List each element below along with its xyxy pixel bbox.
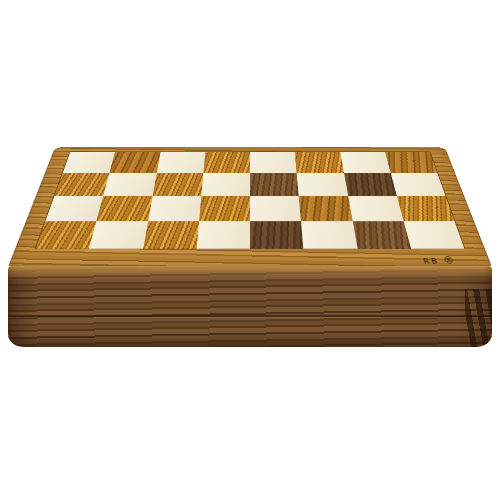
board-frame: ʀʙ ®	[8, 147, 492, 267]
board-square	[103, 173, 156, 196]
board-square	[385, 152, 438, 173]
board-square	[196, 221, 250, 249]
finger-joint-stripes-icon	[465, 289, 492, 347]
board-square	[89, 221, 148, 249]
board-square	[148, 196, 201, 221]
board-square	[143, 221, 199, 249]
board-square	[340, 152, 391, 173]
chess-box-product-photo: ʀʙ ®	[0, 0, 500, 500]
board-square	[97, 196, 153, 221]
board-top-face: ʀʙ ®	[8, 147, 492, 267]
board-square	[397, 196, 455, 221]
board-square	[295, 152, 344, 173]
board-square	[203, 152, 250, 173]
board-square	[390, 173, 445, 196]
board-square	[299, 196, 352, 221]
board-square	[54, 173, 109, 196]
board-square	[152, 173, 203, 196]
board-square	[250, 196, 301, 221]
board-square	[63, 152, 116, 173]
box-lid-seam	[8, 315, 492, 317]
board-square	[45, 196, 103, 221]
board-square	[301, 221, 357, 249]
board-square	[344, 173, 397, 196]
board-square	[156, 152, 205, 173]
board-square	[403, 221, 464, 249]
board-square	[352, 221, 411, 249]
board-square	[250, 173, 299, 196]
box-side-face	[8, 266, 492, 347]
board-square	[250, 152, 297, 173]
chess-board-grid	[34, 151, 465, 249]
board-square	[199, 196, 250, 221]
board-square	[348, 196, 404, 221]
board-square	[36, 221, 97, 249]
board-square	[250, 221, 304, 249]
board-square	[201, 173, 250, 196]
board-square	[297, 173, 348, 196]
board-square	[110, 152, 161, 173]
maker-stamp-icon: ʀʙ ®	[422, 256, 458, 266]
